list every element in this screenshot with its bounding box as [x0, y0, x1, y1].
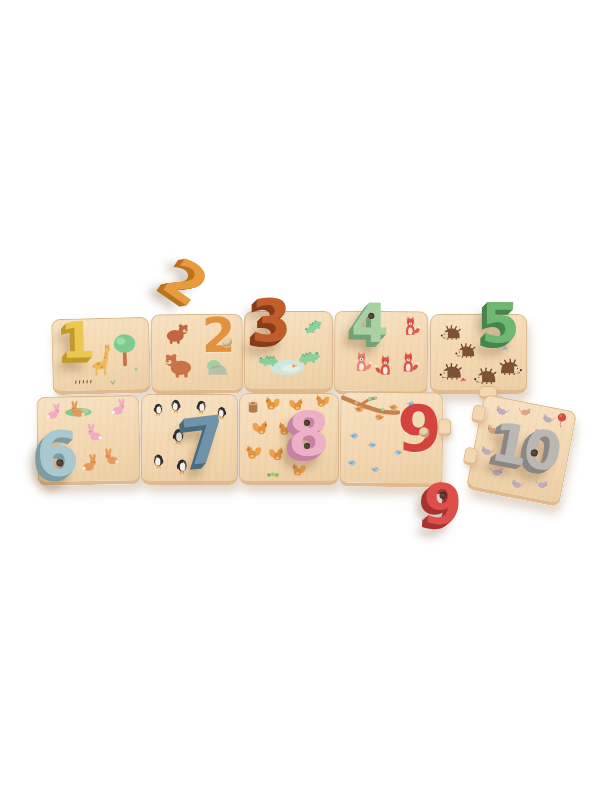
number-piece-1: 1	[60, 317, 96, 365]
grass-illustration	[65, 408, 92, 417]
bear-illustration	[166, 354, 192, 378]
number-label: 6	[36, 425, 80, 485]
sprout-illustration	[134, 368, 138, 371]
bird-illustration	[374, 414, 384, 420]
number-piece-4: 4	[351, 298, 389, 350]
rabbit-illustration	[112, 398, 126, 415]
number-recess-9: 9	[397, 399, 442, 460]
hedgehog-illustration	[455, 344, 474, 358]
branch-illustration	[343, 396, 398, 413]
fishdot-illustration	[292, 364, 297, 367]
peg-post	[222, 337, 232, 347]
puzzle-tile-5: 5	[430, 314, 527, 394]
mouse-illustration	[511, 479, 524, 489]
puzzle-tile-8: 8	[239, 393, 339, 485]
puzzle-tile-3: 3	[244, 311, 333, 393]
bird-illustration	[347, 460, 356, 466]
squirrel-illustration	[266, 397, 280, 410]
squirrel-illustration	[253, 421, 268, 435]
puzzle-tile-10: 10	[466, 394, 578, 507]
jigsaw-tab	[462, 446, 478, 466]
number-piece-7: 7	[178, 409, 230, 475]
number-label: 1	[60, 317, 96, 365]
sprout-illustration	[110, 381, 115, 385]
loose-number-piece-9: 9	[423, 478, 462, 531]
bird-illustration	[350, 433, 359, 439]
hedgehog-illustration	[441, 326, 460, 340]
number-piece-5: 5	[481, 296, 520, 349]
rabbit-illustration	[47, 403, 60, 419]
fox-illustration	[403, 352, 418, 371]
number-label: 2	[202, 313, 236, 359]
jigsaw-tab	[471, 404, 487, 424]
caterpillar-illustration	[267, 472, 279, 477]
number-label: 7	[178, 409, 230, 475]
peg-hole	[56, 459, 63, 466]
puzzle-product-photo: 1234567891029	[0, 0, 600, 800]
number-label: 8	[288, 406, 330, 463]
hedgehog-illustration	[474, 368, 495, 384]
penguin-illustration	[153, 455, 163, 468]
tree-illustration	[113, 334, 135, 366]
peg-hole	[368, 313, 374, 319]
peg-hole	[439, 492, 446, 499]
ticks-illustration	[76, 380, 91, 383]
croc-illustration	[298, 351, 321, 366]
rabbit-illustration	[105, 448, 119, 465]
number-label: 10	[487, 416, 561, 479]
bird-illustration	[368, 442, 377, 448]
number-piece-3: 3	[251, 294, 291, 349]
bear-illustration	[167, 324, 188, 344]
fox-illustration	[375, 355, 390, 374]
rabbit-illustration	[82, 454, 96, 471]
bird-illustration	[354, 406, 364, 413]
rabbit-illustration	[71, 400, 85, 417]
number-label: 3	[251, 294, 291, 349]
puzzle-tile-4: 4	[334, 311, 429, 396]
loose-number-glyph-9: 9	[421, 477, 464, 533]
hedgehog-illustration	[500, 359, 521, 375]
fox-illustration	[406, 317, 421, 335]
flowerdot-illustration	[461, 378, 467, 381]
hedgehog-illustration	[440, 364, 461, 380]
puzzle-tile-6: 6	[36, 395, 141, 486]
croc-illustration	[303, 318, 323, 336]
stump-illustration	[249, 401, 258, 412]
number-piece-10: 10	[487, 416, 561, 479]
number-label: 2	[156, 251, 216, 315]
squirrel-illustration	[269, 447, 283, 460]
rabbit-illustration	[88, 423, 102, 440]
number-label: 4	[351, 298, 389, 350]
number-piece-6: 6	[36, 425, 80, 485]
puzzle-tile-1: 1	[51, 317, 151, 396]
number-piece-8: 8	[288, 406, 330, 463]
loose-number-glyph-2: 2	[156, 251, 216, 315]
number-label: 5	[481, 296, 520, 349]
puzzle-tile-2: 2	[151, 314, 244, 395]
number-label: 9	[421, 477, 464, 533]
bird-illustration	[371, 467, 380, 473]
peg-post	[419, 427, 429, 437]
pond-illustration	[270, 360, 304, 375]
puzzle-tile-7: 7	[141, 394, 238, 485]
squirrel-illustration	[247, 445, 262, 459]
number-recess-2: 2	[202, 313, 236, 359]
penguin-illustration	[154, 404, 163, 416]
loose-number-piece-2: 2	[167, 257, 205, 308]
croc-illustration	[259, 356, 278, 366]
